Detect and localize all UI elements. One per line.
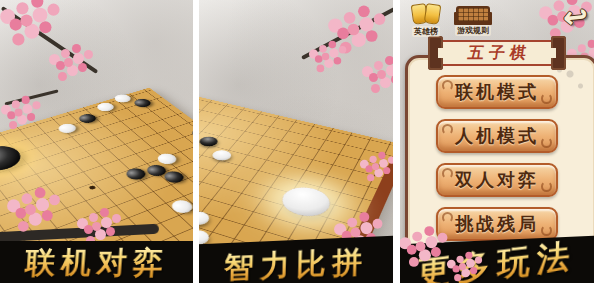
cherry-blossom-cluster — [372, 163, 379, 170]
black-stone — [0, 142, 27, 175]
star-point — [88, 185, 96, 190]
white-stone — [275, 183, 336, 221]
white-stone — [154, 152, 180, 166]
app-store-screenshot-strip: 联机对弈 智力比拼 英雄榜 游戏规则 ↩ — [0, 0, 594, 283]
white-stone — [94, 101, 117, 112]
screenshot-panel-online-play: 联机对弈 — [0, 0, 193, 283]
cherry-blossom-cluster — [348, 24, 360, 36]
cherry-blossom-cluster — [416, 242, 426, 252]
endgame-challenge-button[interactable]: 挑战残局 — [436, 207, 558, 241]
black-stone — [189, 127, 193, 140]
black-stone — [123, 166, 149, 181]
caption-band: 智力比拼 — [199, 235, 393, 283]
two-player-mode-button[interactable]: 双人对弈 — [436, 163, 558, 197]
cherry-blossom-cluster — [25, 204, 36, 215]
vs-ai-mode-button[interactable]: 人机模式 — [436, 119, 558, 153]
mini-board-icon — [456, 6, 490, 23]
leaderboard-label: 英雄榜 — [412, 26, 440, 37]
black-stone — [132, 97, 155, 108]
back-arrow-icon[interactable]: ↩ — [561, 0, 590, 35]
black-stone — [76, 112, 99, 124]
screenshot-panel-main-menu: 英雄榜 游戏规则 ↩ 五子棋 联机模式 人机模式 双人对弈 挑战残局 更多玩法 — [400, 0, 594, 283]
cherry-blossom-cluster — [92, 222, 101, 231]
game-title: 五子棋 — [462, 43, 533, 64]
caption-band: 更多玩法 — [400, 235, 594, 283]
white-stone — [209, 149, 234, 163]
banner-end-cap-right — [551, 36, 566, 70]
online-mode-button[interactable]: 联机模式 — [436, 75, 558, 109]
cherry-blossom-cluster — [351, 228, 361, 238]
white-stone — [111, 93, 133, 104]
white-stone — [199, 209, 212, 227]
cherry-blossom-cluster — [64, 58, 73, 67]
cherry-blossom-cluster — [377, 70, 386, 79]
banner-bar: 五子棋 — [443, 40, 551, 66]
caption-text: 联机对弈 — [23, 243, 170, 283]
banner-end-cap-left — [428, 36, 443, 70]
caption-text: 智力比拼 — [224, 241, 369, 283]
caption-band: 联机对弈 — [0, 241, 193, 283]
rules-label: 游戏规则 — [455, 25, 491, 36]
rules-button[interactable]: 游戏规则 — [455, 3, 491, 37]
cherry-blossom-cluster — [459, 263, 466, 270]
cherry-blossom-cluster — [322, 53, 330, 61]
blossom-branch — [1, 6, 99, 74]
cherry-blossom-cluster — [14, 108, 22, 116]
black-stone — [191, 209, 193, 227]
cherry-blossom-cluster — [20, 14, 32, 26]
white-stone — [55, 122, 78, 135]
hud-icons: 英雄榜 游戏规则 — [410, 3, 491, 37]
screenshot-panel-brain-battle: 智力比拼 — [199, 0, 393, 283]
white-stone — [168, 198, 193, 216]
title-banner: 五子棋 — [428, 36, 566, 70]
blossom-branch — [4, 89, 58, 105]
leaderboard-button[interactable]: 英雄榜 — [410, 3, 442, 37]
trophy-icon — [410, 3, 442, 24]
black-stone — [199, 135, 220, 148]
